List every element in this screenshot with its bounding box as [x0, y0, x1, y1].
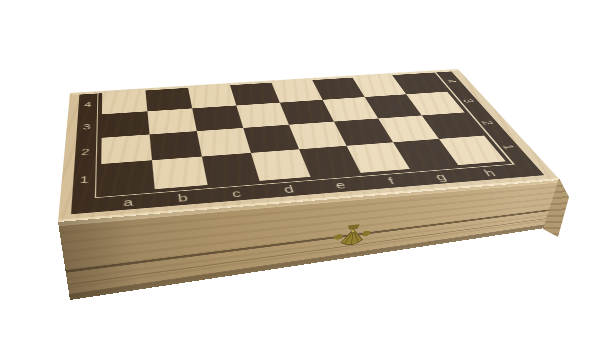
square-b2 [150, 131, 202, 160]
rank-label-right-3: 3 [444, 95, 493, 106]
rank-label-right-4: 4 [428, 76, 474, 86]
rank-label-left-3: 3 [76, 115, 97, 140]
file-label-e: e [312, 176, 369, 193]
file-label-c: c [208, 184, 264, 202]
square-a3 [102, 111, 150, 137]
square-b1 [152, 157, 208, 190]
file-label-h: h [460, 164, 518, 180]
file-label-f: f [362, 172, 420, 189]
file-label-b: b [155, 188, 211, 206]
square-c1 [202, 153, 260, 185]
brass-clasp [331, 221, 373, 253]
square-c3 [192, 105, 243, 131]
file-label-g: g [412, 168, 470, 185]
clasp-icon [331, 221, 373, 253]
square-b3 [147, 108, 196, 134]
rank-label-left-4: 4 [78, 93, 98, 115]
rank-label-right-1: 1 [482, 140, 537, 154]
square-c2 [197, 128, 251, 157]
rank-label-right-2: 2 [462, 116, 514, 129]
rank-labels-left: 4321 [72, 93, 97, 195]
rank-label-left-2: 2 [74, 138, 96, 166]
rank-label-left-1: 1 [72, 164, 95, 195]
square-a1 [101, 160, 155, 193]
file-label-a: a [101, 193, 157, 212]
square-a2 [101, 134, 152, 164]
file-label-d: d [261, 180, 318, 198]
lid-seam-secondary [68, 218, 549, 286]
chess-box-photo: 4321 4321 abcdefgh [0, 0, 600, 360]
